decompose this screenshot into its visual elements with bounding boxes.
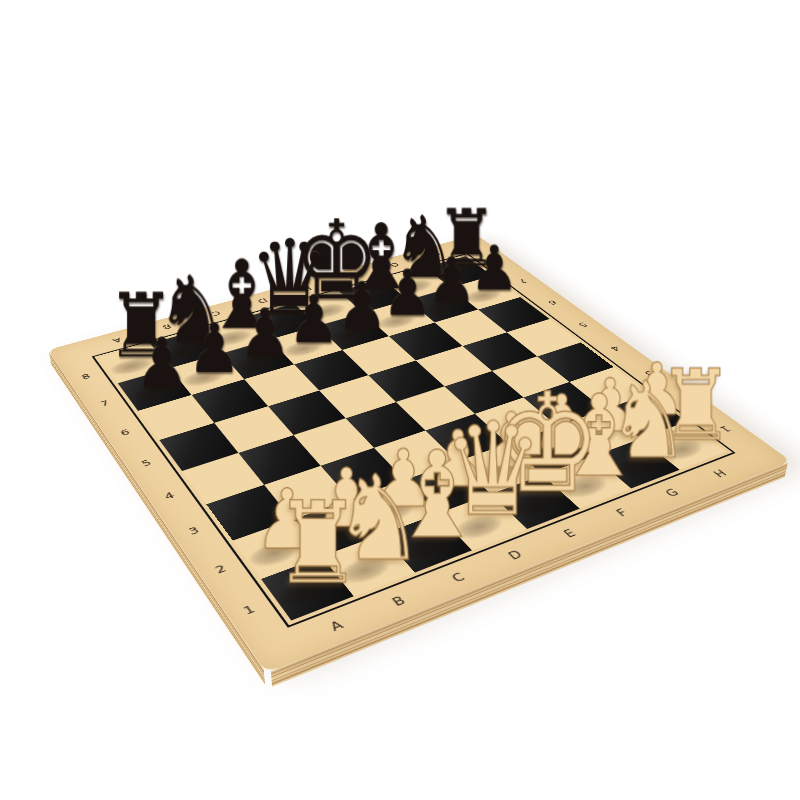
squares-grid: ♜♞♝♛♚♝♞♜♟♟♟♟♟♟♟♟♟♟♟♟♟♟♟♟♜♞♝♛♚♝♞♜	[99, 256, 726, 620]
product-photo: ABCDEFGH ABCDEFGH 87654321 87654321 ♜♞♝♛…	[0, 0, 800, 800]
white-rook-a1[interactable]: ♜	[273, 488, 362, 601]
square-a1[interactable]: ♜	[261, 556, 354, 620]
square-b6[interactable]	[192, 379, 268, 423]
chess-board: ABCDEFGH ABCDEFGH 87654321 87654321 ♜♞♝♛…	[48, 235, 791, 673]
square-a7[interactable]: ♟	[118, 368, 192, 410]
